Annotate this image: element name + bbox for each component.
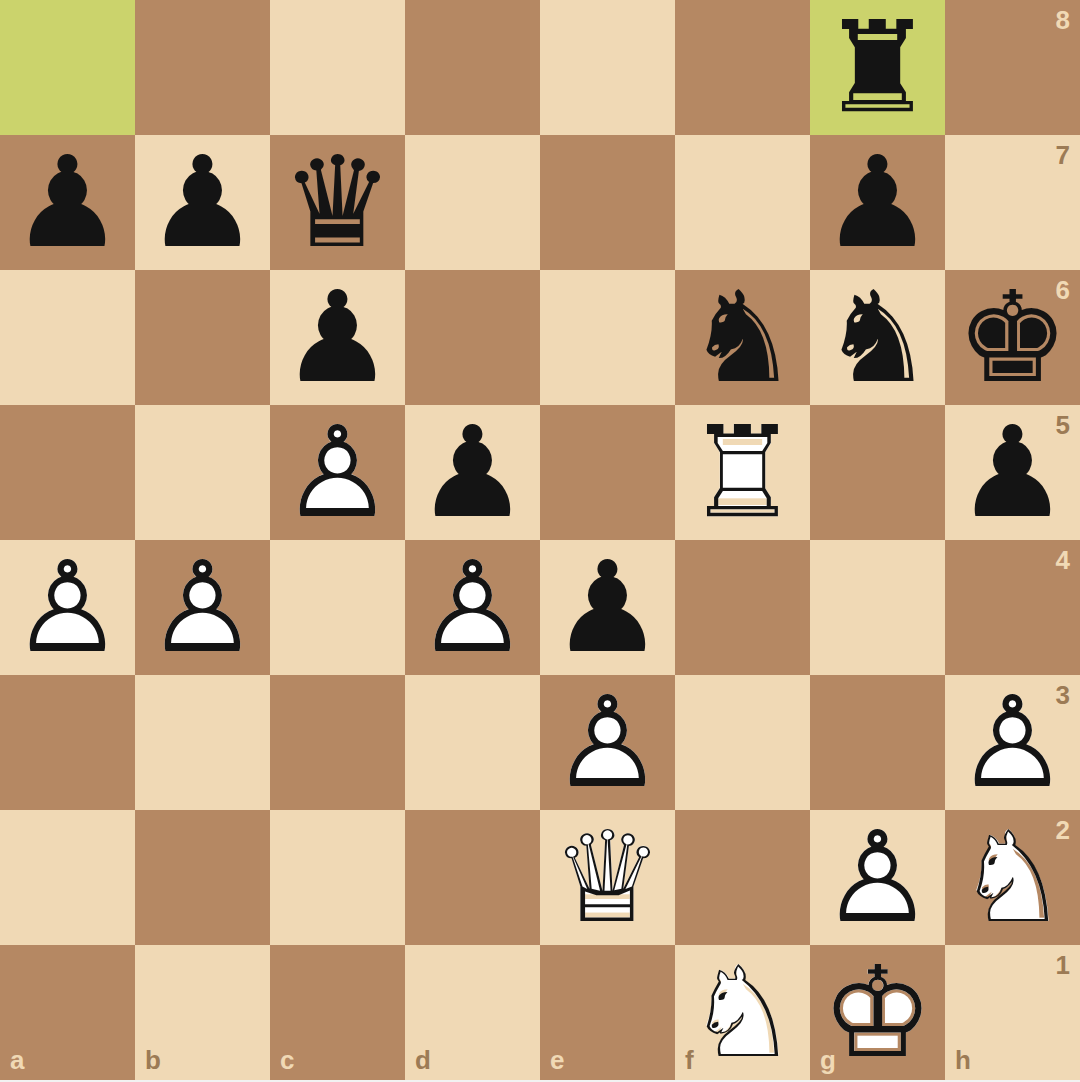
square-e7[interactable] [540, 135, 675, 270]
piece-white-knight[interactable]: ♞ [675, 945, 810, 1080]
piece-white-pawn-outline: ♙ [405, 540, 540, 675]
square-e2[interactable]: ♛♕ [540, 810, 675, 945]
rank-label-3: 3 [1056, 682, 1070, 708]
square-c8[interactable] [270, 0, 405, 135]
square-c1[interactable]: c [270, 945, 405, 1080]
square-f5[interactable]: ♜♖ [675, 405, 810, 540]
square-h1[interactable]: h1 [945, 945, 1080, 1080]
square-b8[interactable] [135, 0, 270, 135]
file-label-a: a [10, 1047, 24, 1073]
file-label-g: g [820, 1047, 836, 1073]
square-d8[interactable] [405, 0, 540, 135]
piece-white-pawn[interactable]: ♟ [540, 675, 675, 810]
piece-black-pawn[interactable]: ♟ [135, 135, 270, 270]
square-g2[interactable]: ♟♙ [810, 810, 945, 945]
file-label-b: b [145, 1047, 161, 1073]
square-d6[interactable] [405, 270, 540, 405]
square-f7[interactable] [675, 135, 810, 270]
piece-white-pawn[interactable]: ♟ [270, 405, 405, 540]
square-d5[interactable]: ♟ [405, 405, 540, 540]
square-a6[interactable] [0, 270, 135, 405]
piece-white-pawn[interactable]: ♟ [810, 810, 945, 945]
square-a3[interactable] [0, 675, 135, 810]
piece-black-pawn[interactable]: ♟ [270, 270, 405, 405]
square-f3[interactable] [675, 675, 810, 810]
square-c3[interactable] [270, 675, 405, 810]
square-b3[interactable] [135, 675, 270, 810]
file-label-d: d [415, 1047, 431, 1073]
square-b4[interactable]: ♟♙ [135, 540, 270, 675]
square-f2[interactable] [675, 810, 810, 945]
square-e8[interactable] [540, 0, 675, 135]
square-a2[interactable] [0, 810, 135, 945]
piece-black-rook[interactable]: ♜ [810, 0, 945, 135]
square-d2[interactable] [405, 810, 540, 945]
piece-white-pawn[interactable]: ♟ [135, 540, 270, 675]
square-c7[interactable]: ♛ [270, 135, 405, 270]
square-e1[interactable]: e [540, 945, 675, 1080]
square-g3[interactable] [810, 675, 945, 810]
square-g4[interactable] [810, 540, 945, 675]
file-label-c: c [280, 1047, 294, 1073]
piece-black-knight[interactable]: ♞ [810, 270, 945, 405]
piece-black-knight[interactable]: ♞ [675, 270, 810, 405]
piece-black-pawn[interactable]: ♟ [540, 540, 675, 675]
square-b2[interactable] [135, 810, 270, 945]
square-c5[interactable]: ♟♙ [270, 405, 405, 540]
piece-black-pawn[interactable]: ♟ [405, 405, 540, 540]
rank-label-7: 7 [1056, 142, 1070, 168]
file-label-h: h [955, 1047, 971, 1073]
square-h3[interactable]: ♟♙3 [945, 675, 1080, 810]
square-f1[interactable]: ♞♘f [675, 945, 810, 1080]
square-b7[interactable]: ♟ [135, 135, 270, 270]
piece-black-pawn[interactable]: ♟ [0, 135, 135, 270]
square-h6[interactable]: ♚6 [945, 270, 1080, 405]
square-e6[interactable] [540, 270, 675, 405]
square-f8[interactable] [675, 0, 810, 135]
square-b5[interactable] [135, 405, 270, 540]
piece-white-rook-outline: ♖ [675, 405, 810, 540]
piece-black-pawn[interactable]: ♟ [810, 135, 945, 270]
square-h8[interactable]: 8 [945, 0, 1080, 135]
piece-white-queen[interactable]: ♛ [540, 810, 675, 945]
square-a7[interactable]: ♟ [0, 135, 135, 270]
square-h7[interactable]: 7 [945, 135, 1080, 270]
piece-white-pawn[interactable]: ♟ [0, 540, 135, 675]
square-g7[interactable]: ♟ [810, 135, 945, 270]
rank-label-8: 8 [1056, 7, 1070, 33]
rank-label-2: 2 [1056, 817, 1070, 843]
piece-white-pawn-outline: ♙ [135, 540, 270, 675]
square-d1[interactable]: d [405, 945, 540, 1080]
square-g8[interactable]: ♜ [810, 0, 945, 135]
piece-white-rook[interactable]: ♜ [675, 405, 810, 540]
square-g1[interactable]: ♚♔g [810, 945, 945, 1080]
piece-black-queen[interactable]: ♛ [270, 135, 405, 270]
chessboard: ♜8♟♟♛♟7♟♞♞♚6♟♙♟♜♖♟5♟♙♟♙♟♙♟4♟♙♟♙3♛♕♟♙♞♘2a… [0, 0, 1080, 1080]
piece-white-pawn-outline: ♙ [270, 405, 405, 540]
square-d4[interactable]: ♟♙ [405, 540, 540, 675]
square-b6[interactable] [135, 270, 270, 405]
file-label-f: f [685, 1047, 694, 1073]
rank-label-4: 4 [1056, 547, 1070, 573]
rank-label-1: 1 [1056, 952, 1070, 978]
rank-label-6: 6 [1056, 277, 1070, 303]
square-c4[interactable] [270, 540, 405, 675]
square-a5[interactable] [0, 405, 135, 540]
file-label-e: e [550, 1047, 564, 1073]
piece-white-queen-outline: ♕ [540, 810, 675, 945]
square-e4[interactable]: ♟ [540, 540, 675, 675]
square-a8[interactable] [0, 0, 135, 135]
square-g5[interactable] [810, 405, 945, 540]
piece-white-knight-outline: ♘ [675, 945, 810, 1080]
square-f4[interactable] [675, 540, 810, 675]
piece-white-pawn-outline: ♙ [0, 540, 135, 675]
piece-white-pawn-outline: ♙ [540, 675, 675, 810]
piece-white-pawn-outline: ♙ [810, 810, 945, 945]
square-a4[interactable]: ♟♙ [0, 540, 135, 675]
square-e5[interactable] [540, 405, 675, 540]
square-d7[interactable] [405, 135, 540, 270]
square-a1[interactable]: a [0, 945, 135, 1080]
square-h2[interactable]: ♞♘2 [945, 810, 1080, 945]
piece-white-pawn[interactable]: ♟ [405, 540, 540, 675]
square-e3[interactable]: ♟♙ [540, 675, 675, 810]
square-g6[interactable]: ♞ [810, 270, 945, 405]
square-b1[interactable]: b [135, 945, 270, 1080]
square-h5[interactable]: ♟5 [945, 405, 1080, 540]
square-f6[interactable]: ♞ [675, 270, 810, 405]
square-c2[interactable] [270, 810, 405, 945]
square-d3[interactable] [405, 675, 540, 810]
square-h4[interactable]: 4 [945, 540, 1080, 675]
square-c6[interactable]: ♟ [270, 270, 405, 405]
rank-label-5: 5 [1056, 412, 1070, 438]
